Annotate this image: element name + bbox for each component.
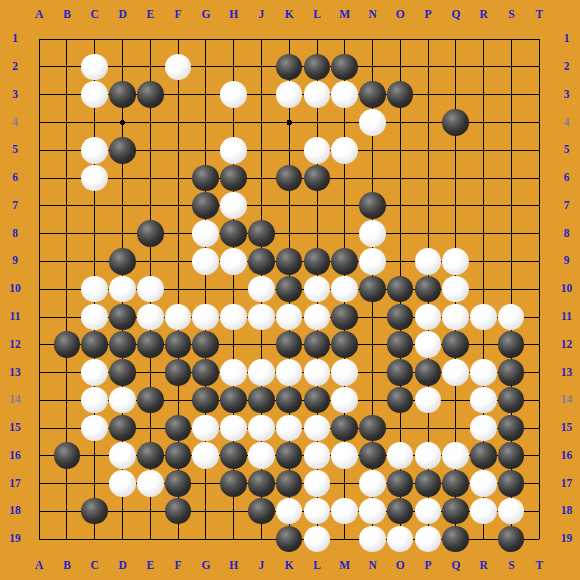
point-A11[interactable] xyxy=(25,303,53,331)
point-A5[interactable] xyxy=(25,136,53,164)
point-F8[interactable] xyxy=(164,220,192,248)
point-H19[interactable] xyxy=(220,525,248,553)
point-L15[interactable] xyxy=(303,414,331,442)
point-Q19[interactable] xyxy=(442,525,470,553)
point-R9[interactable] xyxy=(470,247,498,275)
point-T15[interactable] xyxy=(525,414,553,442)
point-D9[interactable] xyxy=(109,247,137,275)
point-G5[interactable] xyxy=(192,136,220,164)
point-O4[interactable] xyxy=(386,109,414,137)
point-P10[interactable] xyxy=(414,275,442,303)
point-B15[interactable] xyxy=(53,414,81,442)
point-L2[interactable] xyxy=(303,53,331,81)
point-Q5[interactable] xyxy=(442,136,470,164)
point-J6[interactable] xyxy=(247,164,275,192)
point-Q8[interactable] xyxy=(442,220,470,248)
point-M10[interactable] xyxy=(331,275,359,303)
point-E8[interactable] xyxy=(136,220,164,248)
point-J7[interactable] xyxy=(247,192,275,220)
point-J14[interactable] xyxy=(247,386,275,414)
point-K15[interactable] xyxy=(275,414,303,442)
point-G8[interactable] xyxy=(192,220,220,248)
point-E12[interactable] xyxy=(136,331,164,359)
point-D10[interactable] xyxy=(109,275,137,303)
point-A2[interactable] xyxy=(25,53,53,81)
point-D16[interactable] xyxy=(109,442,137,470)
point-G10[interactable] xyxy=(192,275,220,303)
point-M11[interactable] xyxy=(331,303,359,331)
point-A16[interactable] xyxy=(25,442,53,470)
point-B1[interactable] xyxy=(53,25,81,53)
point-H15[interactable] xyxy=(220,414,248,442)
point-J4[interactable] xyxy=(247,109,275,137)
point-F15[interactable] xyxy=(164,414,192,442)
point-E11[interactable] xyxy=(136,303,164,331)
point-S12[interactable] xyxy=(497,331,525,359)
point-N6[interactable] xyxy=(358,164,386,192)
point-C13[interactable] xyxy=(81,358,109,386)
point-R14[interactable] xyxy=(470,386,498,414)
point-K3[interactable] xyxy=(275,81,303,109)
point-S10[interactable] xyxy=(497,275,525,303)
point-H16[interactable] xyxy=(220,442,248,470)
point-C15[interactable] xyxy=(81,414,109,442)
point-C1[interactable] xyxy=(81,25,109,53)
point-T4[interactable] xyxy=(525,109,553,137)
point-P7[interactable] xyxy=(414,192,442,220)
point-N4[interactable] xyxy=(358,109,386,137)
point-N16[interactable] xyxy=(358,442,386,470)
point-S8[interactable] xyxy=(497,220,525,248)
point-B14[interactable] xyxy=(53,386,81,414)
point-M17[interactable] xyxy=(331,470,359,498)
point-F4[interactable] xyxy=(164,109,192,137)
point-B16[interactable] xyxy=(53,442,81,470)
point-H6[interactable] xyxy=(220,164,248,192)
point-O19[interactable] xyxy=(386,525,414,553)
point-K8[interactable] xyxy=(275,220,303,248)
point-C3[interactable] xyxy=(81,81,109,109)
point-T17[interactable] xyxy=(525,470,553,498)
point-N15[interactable] xyxy=(358,414,386,442)
point-L9[interactable] xyxy=(303,247,331,275)
point-S9[interactable] xyxy=(497,247,525,275)
point-C17[interactable] xyxy=(81,470,109,498)
point-B5[interactable] xyxy=(53,136,81,164)
point-L19[interactable] xyxy=(303,525,331,553)
point-N13[interactable] xyxy=(358,358,386,386)
point-P16[interactable] xyxy=(414,442,442,470)
point-B11[interactable] xyxy=(53,303,81,331)
point-Q14[interactable] xyxy=(442,386,470,414)
point-F18[interactable] xyxy=(164,497,192,525)
point-T2[interactable] xyxy=(525,53,553,81)
point-G1[interactable] xyxy=(192,25,220,53)
point-D13[interactable] xyxy=(109,358,137,386)
point-T7[interactable] xyxy=(525,192,553,220)
point-O14[interactable] xyxy=(386,386,414,414)
point-T5[interactable] xyxy=(525,136,553,164)
point-K4[interactable] xyxy=(275,109,303,137)
point-L1[interactable] xyxy=(303,25,331,53)
point-Q10[interactable] xyxy=(442,275,470,303)
point-A8[interactable] xyxy=(25,220,53,248)
point-K7[interactable] xyxy=(275,192,303,220)
point-M7[interactable] xyxy=(331,192,359,220)
point-F16[interactable] xyxy=(164,442,192,470)
point-K13[interactable] xyxy=(275,358,303,386)
point-E7[interactable] xyxy=(136,192,164,220)
point-M4[interactable] xyxy=(331,109,359,137)
point-E4[interactable] xyxy=(136,109,164,137)
point-G12[interactable] xyxy=(192,331,220,359)
point-C14[interactable] xyxy=(81,386,109,414)
point-G18[interactable] xyxy=(192,497,220,525)
point-B13[interactable] xyxy=(53,358,81,386)
point-P11[interactable] xyxy=(414,303,442,331)
point-F19[interactable] xyxy=(164,525,192,553)
point-O16[interactable] xyxy=(386,442,414,470)
point-C7[interactable] xyxy=(81,192,109,220)
point-P17[interactable] xyxy=(414,470,442,498)
point-J9[interactable] xyxy=(247,247,275,275)
point-P19[interactable] xyxy=(414,525,442,553)
point-E1[interactable] xyxy=(136,25,164,53)
point-S11[interactable] xyxy=(497,303,525,331)
point-N17[interactable] xyxy=(358,470,386,498)
point-J11[interactable] xyxy=(247,303,275,331)
point-G15[interactable] xyxy=(192,414,220,442)
point-H10[interactable] xyxy=(220,275,248,303)
point-D3[interactable] xyxy=(109,81,137,109)
point-F7[interactable] xyxy=(164,192,192,220)
point-D5[interactable] xyxy=(109,136,137,164)
point-R13[interactable] xyxy=(470,358,498,386)
point-L7[interactable] xyxy=(303,192,331,220)
point-C2[interactable] xyxy=(81,53,109,81)
point-L14[interactable] xyxy=(303,386,331,414)
point-J1[interactable] xyxy=(247,25,275,53)
point-L8[interactable] xyxy=(303,220,331,248)
point-R15[interactable] xyxy=(470,414,498,442)
point-N11[interactable] xyxy=(358,303,386,331)
point-Q3[interactable] xyxy=(442,81,470,109)
point-C18[interactable] xyxy=(81,497,109,525)
point-M3[interactable] xyxy=(331,81,359,109)
point-C5[interactable] xyxy=(81,136,109,164)
point-N1[interactable] xyxy=(358,25,386,53)
point-S17[interactable] xyxy=(497,470,525,498)
point-D4[interactable] xyxy=(109,109,137,137)
point-K10[interactable] xyxy=(275,275,303,303)
point-M13[interactable] xyxy=(331,358,359,386)
point-F2[interactable] xyxy=(164,53,192,81)
point-B12[interactable] xyxy=(53,331,81,359)
point-T3[interactable] xyxy=(525,81,553,109)
point-J5[interactable] xyxy=(247,136,275,164)
point-J10[interactable] xyxy=(247,275,275,303)
point-N8[interactable] xyxy=(358,220,386,248)
point-H17[interactable] xyxy=(220,470,248,498)
point-O10[interactable] xyxy=(386,275,414,303)
point-F13[interactable] xyxy=(164,358,192,386)
point-Q4[interactable] xyxy=(442,109,470,137)
point-K17[interactable] xyxy=(275,470,303,498)
point-B4[interactable] xyxy=(53,109,81,137)
point-E5[interactable] xyxy=(136,136,164,164)
point-O17[interactable] xyxy=(386,470,414,498)
point-K6[interactable] xyxy=(275,164,303,192)
point-T9[interactable] xyxy=(525,247,553,275)
point-E16[interactable] xyxy=(136,442,164,470)
point-A18[interactable] xyxy=(25,497,53,525)
point-E13[interactable] xyxy=(136,358,164,386)
point-A10[interactable] xyxy=(25,275,53,303)
point-J2[interactable] xyxy=(247,53,275,81)
go-board[interactable] xyxy=(25,25,553,553)
point-F5[interactable] xyxy=(164,136,192,164)
point-E18[interactable] xyxy=(136,497,164,525)
point-K1[interactable] xyxy=(275,25,303,53)
point-F17[interactable] xyxy=(164,470,192,498)
point-A14[interactable] xyxy=(25,386,53,414)
point-D17[interactable] xyxy=(109,470,137,498)
point-H2[interactable] xyxy=(220,53,248,81)
point-Q18[interactable] xyxy=(442,497,470,525)
point-N12[interactable] xyxy=(358,331,386,359)
point-S6[interactable] xyxy=(497,164,525,192)
point-J13[interactable] xyxy=(247,358,275,386)
point-G3[interactable] xyxy=(192,81,220,109)
point-M5[interactable] xyxy=(331,136,359,164)
point-G9[interactable] xyxy=(192,247,220,275)
point-B8[interactable] xyxy=(53,220,81,248)
point-T12[interactable] xyxy=(525,331,553,359)
point-T16[interactable] xyxy=(525,442,553,470)
point-E15[interactable] xyxy=(136,414,164,442)
point-Q11[interactable] xyxy=(442,303,470,331)
point-A3[interactable] xyxy=(25,81,53,109)
point-K12[interactable] xyxy=(275,331,303,359)
point-E14[interactable] xyxy=(136,386,164,414)
point-E3[interactable] xyxy=(136,81,164,109)
point-G17[interactable] xyxy=(192,470,220,498)
point-P14[interactable] xyxy=(414,386,442,414)
point-A19[interactable] xyxy=(25,525,53,553)
point-A1[interactable] xyxy=(25,25,53,53)
point-O9[interactable] xyxy=(386,247,414,275)
point-M2[interactable] xyxy=(331,53,359,81)
point-A15[interactable] xyxy=(25,414,53,442)
point-P13[interactable] xyxy=(414,358,442,386)
point-P8[interactable] xyxy=(414,220,442,248)
point-S14[interactable] xyxy=(497,386,525,414)
point-K11[interactable] xyxy=(275,303,303,331)
point-F1[interactable] xyxy=(164,25,192,53)
point-H8[interactable] xyxy=(220,220,248,248)
point-Q15[interactable] xyxy=(442,414,470,442)
point-O12[interactable] xyxy=(386,331,414,359)
point-B7[interactable] xyxy=(53,192,81,220)
point-M18[interactable] xyxy=(331,497,359,525)
point-H11[interactable] xyxy=(220,303,248,331)
point-Q17[interactable] xyxy=(442,470,470,498)
point-J12[interactable] xyxy=(247,331,275,359)
point-A4[interactable] xyxy=(25,109,53,137)
point-Q12[interactable] xyxy=(442,331,470,359)
point-H1[interactable] xyxy=(220,25,248,53)
point-K14[interactable] xyxy=(275,386,303,414)
point-F6[interactable] xyxy=(164,164,192,192)
point-M19[interactable] xyxy=(331,525,359,553)
point-H18[interactable] xyxy=(220,497,248,525)
point-R18[interactable] xyxy=(470,497,498,525)
point-K5[interactable] xyxy=(275,136,303,164)
point-L10[interactable] xyxy=(303,275,331,303)
point-O11[interactable] xyxy=(386,303,414,331)
point-O5[interactable] xyxy=(386,136,414,164)
point-D18[interactable] xyxy=(109,497,137,525)
point-L11[interactable] xyxy=(303,303,331,331)
point-Q6[interactable] xyxy=(442,164,470,192)
point-B2[interactable] xyxy=(53,53,81,81)
point-N14[interactable] xyxy=(358,386,386,414)
point-G14[interactable] xyxy=(192,386,220,414)
point-H14[interactable] xyxy=(220,386,248,414)
point-S3[interactable] xyxy=(497,81,525,109)
point-K2[interactable] xyxy=(275,53,303,81)
point-S5[interactable] xyxy=(497,136,525,164)
point-L12[interactable] xyxy=(303,331,331,359)
point-L4[interactable] xyxy=(303,109,331,137)
point-F14[interactable] xyxy=(164,386,192,414)
point-L3[interactable] xyxy=(303,81,331,109)
point-M15[interactable] xyxy=(331,414,359,442)
point-F11[interactable] xyxy=(164,303,192,331)
point-G4[interactable] xyxy=(192,109,220,137)
point-K16[interactable] xyxy=(275,442,303,470)
point-O2[interactable] xyxy=(386,53,414,81)
point-Q1[interactable] xyxy=(442,25,470,53)
point-T19[interactable] xyxy=(525,525,553,553)
point-B19[interactable] xyxy=(53,525,81,553)
point-B9[interactable] xyxy=(53,247,81,275)
point-O7[interactable] xyxy=(386,192,414,220)
point-M6[interactable] xyxy=(331,164,359,192)
point-M8[interactable] xyxy=(331,220,359,248)
point-S15[interactable] xyxy=(497,414,525,442)
point-J17[interactable] xyxy=(247,470,275,498)
point-E2[interactable] xyxy=(136,53,164,81)
point-A9[interactable] xyxy=(25,247,53,275)
point-Q7[interactable] xyxy=(442,192,470,220)
point-T13[interactable] xyxy=(525,358,553,386)
point-H7[interactable] xyxy=(220,192,248,220)
point-P4[interactable] xyxy=(414,109,442,137)
point-T14[interactable] xyxy=(525,386,553,414)
point-T1[interactable] xyxy=(525,25,553,53)
point-J8[interactable] xyxy=(247,220,275,248)
point-H9[interactable] xyxy=(220,247,248,275)
point-K18[interactable] xyxy=(275,497,303,525)
point-B17[interactable] xyxy=(53,470,81,498)
point-D7[interactable] xyxy=(109,192,137,220)
point-D2[interactable] xyxy=(109,53,137,81)
point-D12[interactable] xyxy=(109,331,137,359)
point-M14[interactable] xyxy=(331,386,359,414)
point-P15[interactable] xyxy=(414,414,442,442)
point-L17[interactable] xyxy=(303,470,331,498)
point-C10[interactable] xyxy=(81,275,109,303)
point-P18[interactable] xyxy=(414,497,442,525)
point-J3[interactable] xyxy=(247,81,275,109)
point-G2[interactable] xyxy=(192,53,220,81)
point-A6[interactable] xyxy=(25,164,53,192)
point-D1[interactable] xyxy=(109,25,137,53)
point-C11[interactable] xyxy=(81,303,109,331)
point-P9[interactable] xyxy=(414,247,442,275)
point-L6[interactable] xyxy=(303,164,331,192)
point-F12[interactable] xyxy=(164,331,192,359)
point-Q9[interactable] xyxy=(442,247,470,275)
point-J15[interactable] xyxy=(247,414,275,442)
point-N3[interactable] xyxy=(358,81,386,109)
point-G19[interactable] xyxy=(192,525,220,553)
point-S2[interactable] xyxy=(497,53,525,81)
point-J18[interactable] xyxy=(247,497,275,525)
point-A12[interactable] xyxy=(25,331,53,359)
point-B18[interactable] xyxy=(53,497,81,525)
point-R3[interactable] xyxy=(470,81,498,109)
point-H5[interactable] xyxy=(220,136,248,164)
point-Q2[interactable] xyxy=(442,53,470,81)
point-B6[interactable] xyxy=(53,164,81,192)
point-G6[interactable] xyxy=(192,164,220,192)
point-R17[interactable] xyxy=(470,470,498,498)
point-T10[interactable] xyxy=(525,275,553,303)
point-O18[interactable] xyxy=(386,497,414,525)
point-D19[interactable] xyxy=(109,525,137,553)
point-N5[interactable] xyxy=(358,136,386,164)
point-P1[interactable] xyxy=(414,25,442,53)
point-C8[interactable] xyxy=(81,220,109,248)
point-M9[interactable] xyxy=(331,247,359,275)
point-F9[interactable] xyxy=(164,247,192,275)
point-P6[interactable] xyxy=(414,164,442,192)
point-R6[interactable] xyxy=(470,164,498,192)
point-S16[interactable] xyxy=(497,442,525,470)
point-T11[interactable] xyxy=(525,303,553,331)
point-H3[interactable] xyxy=(220,81,248,109)
point-B10[interactable] xyxy=(53,275,81,303)
point-P2[interactable] xyxy=(414,53,442,81)
point-H4[interactable] xyxy=(220,109,248,137)
point-F3[interactable] xyxy=(164,81,192,109)
point-K19[interactable] xyxy=(275,525,303,553)
point-E10[interactable] xyxy=(136,275,164,303)
point-O1[interactable] xyxy=(386,25,414,53)
point-D8[interactable] xyxy=(109,220,137,248)
point-C4[interactable] xyxy=(81,109,109,137)
point-A13[interactable] xyxy=(25,358,53,386)
point-O6[interactable] xyxy=(386,164,414,192)
point-P5[interactable] xyxy=(414,136,442,164)
point-D6[interactable] xyxy=(109,164,137,192)
point-F10[interactable] xyxy=(164,275,192,303)
point-O3[interactable] xyxy=(386,81,414,109)
point-T6[interactable] xyxy=(525,164,553,192)
point-M1[interactable] xyxy=(331,25,359,53)
